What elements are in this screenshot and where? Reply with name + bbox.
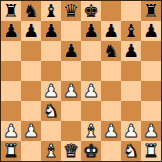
square-d3[interactable]: [61, 101, 81, 121]
square-c3[interactable]: ♞: [41, 101, 61, 121]
square-d5[interactable]: [61, 61, 81, 81]
square-g6[interactable]: ♟: [121, 41, 141, 61]
piece-white-rook[interactable]: ♜: [3, 141, 19, 161]
piece-white-pawn[interactable]: ♟: [3, 121, 19, 141]
piece-white-pawn[interactable]: ♟: [83, 81, 99, 101]
square-c6[interactable]: [41, 41, 61, 61]
square-a7[interactable]: ♟: [1, 21, 21, 41]
square-g7[interactable]: ♝: [121, 21, 141, 41]
square-f1[interactable]: [101, 141, 121, 161]
square-c4[interactable]: ♟: [41, 81, 61, 101]
square-h1[interactable]: ♜: [141, 141, 161, 161]
piece-white-pawn[interactable]: ♟: [63, 81, 79, 101]
piece-black-knight[interactable]: ♞: [23, 1, 39, 21]
piece-black-pawn[interactable]: ♟: [123, 41, 139, 61]
square-e7[interactable]: ♟: [81, 21, 101, 41]
square-d8[interactable]: ♛: [61, 1, 81, 21]
square-h8[interactable]: ♜: [141, 1, 161, 21]
square-a6[interactable]: [1, 41, 21, 61]
square-g3[interactable]: [121, 101, 141, 121]
piece-white-pawn[interactable]: ♟: [103, 121, 119, 141]
square-b4[interactable]: [21, 81, 41, 101]
piece-black-pawn[interactable]: ♟: [63, 41, 79, 61]
piece-black-queen[interactable]: ♛: [63, 1, 79, 21]
square-e8[interactable]: ♚: [81, 1, 101, 21]
square-d7[interactable]: [61, 21, 81, 41]
square-e5[interactable]: [81, 61, 101, 81]
piece-white-bishop[interactable]: ♝: [43, 141, 59, 161]
piece-white-pawn[interactable]: ♟: [143, 121, 159, 141]
piece-black-pawn[interactable]: ♟: [23, 21, 39, 41]
piece-black-rook[interactable]: ♜: [143, 1, 159, 21]
piece-black-bishop[interactable]: ♝: [43, 1, 59, 21]
square-a4[interactable]: [1, 81, 21, 101]
square-h5[interactable]: [141, 61, 161, 81]
square-f4[interactable]: [101, 81, 121, 101]
square-h2[interactable]: ♟: [141, 121, 161, 141]
square-b5[interactable]: [21, 61, 41, 81]
square-b8[interactable]: ♞: [21, 1, 41, 21]
square-d1[interactable]: ♛: [61, 141, 81, 161]
square-a8[interactable]: ♜: [1, 1, 21, 21]
square-h7[interactable]: ♟: [141, 21, 161, 41]
square-c8[interactable]: ♝: [41, 1, 61, 21]
square-b6[interactable]: [21, 41, 41, 61]
square-e2[interactable]: ♝: [81, 121, 101, 141]
piece-white-knight[interactable]: ♞: [123, 141, 139, 161]
chess-board: ♜♞♝♛♚♜♟♟♟♟♟♝♟♟♞♟♟♟♟♞♟♟♝♟♟♟♜♝♛♚♞♜: [0, 0, 162, 162]
piece-black-pawn[interactable]: ♟: [3, 21, 19, 41]
piece-black-pawn[interactable]: ♟: [143, 21, 159, 41]
piece-white-rook[interactable]: ♜: [143, 141, 159, 161]
square-d2[interactable]: [61, 121, 81, 141]
square-g1[interactable]: ♞: [121, 141, 141, 161]
piece-white-king[interactable]: ♚: [83, 141, 99, 161]
square-g5[interactable]: [121, 61, 141, 81]
square-e1[interactable]: ♚: [81, 141, 101, 161]
piece-black-pawn[interactable]: ♟: [43, 21, 59, 41]
square-c1[interactable]: ♝: [41, 141, 61, 161]
square-g2[interactable]: ♟: [121, 121, 141, 141]
square-g8[interactable]: [121, 1, 141, 21]
square-d6[interactable]: ♟: [61, 41, 81, 61]
square-b2[interactable]: ♟: [21, 121, 41, 141]
square-c2[interactable]: [41, 121, 61, 141]
square-f8[interactable]: [101, 1, 121, 21]
square-a3[interactable]: [1, 101, 21, 121]
square-f7[interactable]: ♟: [101, 21, 121, 41]
square-b7[interactable]: ♟: [21, 21, 41, 41]
square-h3[interactable]: [141, 101, 161, 121]
square-d4[interactable]: ♟: [61, 81, 81, 101]
square-a1[interactable]: ♜: [1, 141, 21, 161]
square-h6[interactable]: [141, 41, 161, 61]
piece-white-pawn[interactable]: ♟: [123, 121, 139, 141]
piece-white-pawn[interactable]: ♟: [43, 81, 59, 101]
square-a2[interactable]: ♟: [1, 121, 21, 141]
piece-white-knight[interactable]: ♞: [43, 101, 59, 121]
piece-black-pawn[interactable]: ♟: [103, 21, 119, 41]
square-f2[interactable]: ♟: [101, 121, 121, 141]
piece-black-knight[interactable]: ♞: [103, 41, 119, 61]
piece-white-queen[interactable]: ♛: [63, 141, 79, 161]
piece-black-rook[interactable]: ♜: [3, 1, 19, 21]
piece-black-bishop[interactable]: ♝: [123, 21, 139, 41]
piece-black-king[interactable]: ♚: [83, 1, 99, 21]
square-a5[interactable]: [1, 61, 21, 81]
square-e6[interactable]: [81, 41, 101, 61]
square-h4[interactable]: [141, 81, 161, 101]
square-f6[interactable]: ♞: [101, 41, 121, 61]
square-f3[interactable]: [101, 101, 121, 121]
piece-black-pawn[interactable]: ♟: [83, 21, 99, 41]
square-g4[interactable]: [121, 81, 141, 101]
square-b3[interactable]: [21, 101, 41, 121]
square-c7[interactable]: ♟: [41, 21, 61, 41]
square-f5[interactable]: [101, 61, 121, 81]
piece-white-bishop[interactable]: ♝: [83, 121, 99, 141]
square-b1[interactable]: [21, 141, 41, 161]
piece-white-pawn[interactable]: ♟: [23, 121, 39, 141]
square-e3[interactable]: [81, 101, 101, 121]
square-e4[interactable]: ♟: [81, 81, 101, 101]
square-c5[interactable]: [41, 61, 61, 81]
